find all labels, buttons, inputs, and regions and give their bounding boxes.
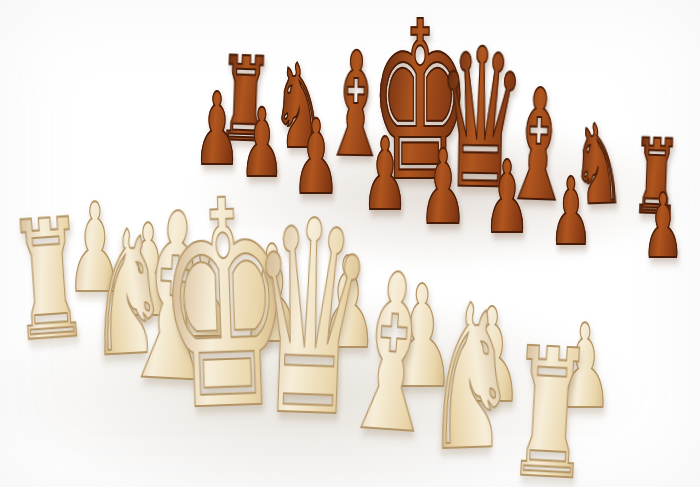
dark-pawn: ♟ bbox=[549, 166, 592, 259]
dark-pawn: ♟ bbox=[484, 148, 531, 248]
dark-pawn: ♟ bbox=[419, 136, 467, 239]
light-rook: ♜ bbox=[504, 324, 596, 487]
light-knight: ♞ bbox=[420, 277, 520, 479]
light-rook: ♜ bbox=[5, 197, 93, 366]
dark-pawn: ♟ bbox=[642, 182, 683, 271]
chess-set-photo: ♟♜♟♞♟♝♟♚♟♛♟♝♟♞♜♟♜♟♞♟♝♟♚♟♛♟♝♟♞♟♜♟ bbox=[0, 0, 700, 487]
